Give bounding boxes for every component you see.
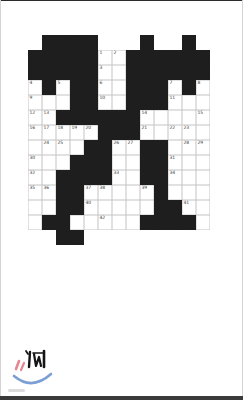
publisher-logo [6,348,62,396]
cell-r7c1[interactable]: 16 [28,125,42,140]
cell-r8c1[interactable] [28,140,42,155]
cell-r3c3 [56,65,70,80]
clue-number: 7 [170,81,173,86]
cell-r11c2[interactable]: 36 [42,185,56,200]
cell-r14c7 [112,230,126,245]
cell-r5c6[interactable]: 10 [98,95,112,110]
cell-r6c8 [126,110,140,125]
clue-number: 8 [198,81,201,86]
cell-r6c2[interactable]: 13 [42,110,56,125]
cell-r10c9 [140,170,154,185]
clue-number: 34 [170,171,176,176]
cell-r1c9 [140,35,154,50]
cell-r5c7[interactable] [112,95,126,110]
cell-r11c11[interactable] [168,185,182,200]
cell-r1c3 [56,35,70,50]
cell-r9c12[interactable] [182,155,196,170]
cell-r6c13[interactable]: 15 [196,110,210,125]
cell-r1c2 [42,35,56,50]
cell-r5c10 [154,95,168,110]
logo-pink-accent-marks [16,361,24,370]
cell-r1c8 [126,35,140,50]
cell-r2c13 [196,50,210,65]
cell-r4c2 [42,80,56,95]
cell-r9c4 [70,155,84,170]
page-top-border [0,0,243,1]
clue-number: 33 [114,171,120,176]
cell-r2c10 [154,50,168,65]
page-bottom-bar [0,396,243,400]
clue-number: 15 [198,111,204,116]
cell-r3c13 [196,65,210,80]
cell-r8c3[interactable]: 25 [56,140,70,155]
clue-number: 22 [170,126,176,131]
cell-r1c4 [70,35,84,50]
cell-r13c9 [140,215,154,230]
cell-r13c3 [56,215,70,230]
clue-number: 9 [30,96,33,101]
clue-number: 42 [100,216,106,221]
logo-smile-arc [14,374,51,383]
clue-number: 27 [128,141,134,146]
cell-r11c7[interactable] [112,185,126,200]
clue-number: 39 [142,186,148,191]
clue-number: 21 [142,126,148,131]
cell-r10c4 [70,170,84,185]
cell-r7c3[interactable]: 18 [56,125,70,140]
cell-r11c6[interactable]: 38 [98,185,112,200]
cell-r9c2[interactable] [42,155,56,170]
cell-r5c9 [140,95,154,110]
cell-r7c12[interactable]: 23 [182,125,196,140]
cell-r5c8 [126,95,140,110]
cell-r6c3 [56,110,70,125]
cell-r4c6[interactable]: 6 [98,80,112,95]
cell-r14c4 [70,230,84,245]
page-left-border [0,0,1,400]
cell-r14c1 [28,230,42,245]
cell-r5c3[interactable] [56,95,70,110]
cell-r9c5 [84,155,98,170]
cell-r13c8[interactable] [126,215,140,230]
cell-r4c12 [182,80,196,95]
cell-r7c11[interactable]: 22 [168,125,182,140]
cell-r11c12[interactable] [182,185,196,200]
cell-r13c6[interactable]: 42 [98,215,112,230]
cell-r8c6 [98,140,112,155]
cell-r12c4 [70,200,84,215]
cell-r8c13[interactable]: 29 [196,140,210,155]
cell-r9c11[interactable]: 31 [168,155,182,170]
cell-r2c3 [56,50,70,65]
cell-r10c5 [84,170,98,185]
cell-r2c12 [182,50,196,65]
cell-r5c11[interactable]: 11 [168,95,182,110]
cell-r8c7[interactable]: 26 [112,140,126,155]
cell-r10c3 [56,170,70,185]
cell-r5c13[interactable] [196,95,210,110]
cell-r7c2[interactable]: 17 [42,125,56,140]
clue-number: 23 [184,126,190,131]
cell-r3c10 [154,65,168,80]
cell-r2c1 [28,50,42,65]
cell-r8c2[interactable]: 24 [42,140,56,155]
cell-r14c9 [140,230,154,245]
cell-r2c8 [126,50,140,65]
cell-r11c9[interactable]: 39 [140,185,154,200]
cell-r6c5 [84,110,98,125]
cell-r1c10 [154,35,168,50]
clue-number: 18 [58,126,64,131]
clue-number: 12 [30,111,36,116]
cell-r14c12 [182,230,196,245]
cell-r6c12[interactable] [182,110,196,125]
cell-r7c10[interactable] [154,125,168,140]
cell-r4c4 [70,80,84,95]
cell-r8c5 [84,140,98,155]
cell-r10c11[interactable]: 34 [168,170,182,185]
clue-number: 17 [44,126,50,131]
cell-r11c13[interactable] [196,185,210,200]
cell-r5c4 [70,95,84,110]
clue-number: 37 [86,186,92,191]
cell-r12c6[interactable] [98,200,112,215]
crossword-grid: 1234567891011121314151617181920212223242… [28,35,210,245]
cell-r12c11 [168,200,182,215]
cell-r1c5 [84,35,98,50]
cell-r12c5[interactable]: 40 [84,200,98,215]
cell-r10c2[interactable] [42,170,56,185]
cell-r1c6 [98,35,112,50]
cell-r2c6[interactable]: 1 [98,50,112,65]
clue-number: 2 [114,51,117,56]
cell-r9c9 [140,155,154,170]
cell-r11c5[interactable]: 37 [84,185,98,200]
clue-number: 5 [58,81,61,86]
cell-r11c10 [154,185,168,200]
cell-r3c4 [70,65,84,80]
cell-r6c6 [98,110,112,125]
cell-r14c2 [42,230,56,245]
cell-r1c13 [196,35,210,50]
page-right-border [242,0,243,400]
cell-r4c10 [154,80,168,95]
clue-number: 41 [184,201,190,206]
cell-r4c7[interactable] [112,80,126,95]
cell-r10c7[interactable]: 33 [112,170,126,185]
cell-r14c13 [196,230,210,245]
cell-r10c1[interactable]: 32 [28,170,42,185]
cell-r12c13[interactable] [196,200,210,215]
clue-number: 29 [198,141,204,146]
cell-r3c5 [84,65,98,80]
cell-r4c9 [140,80,154,95]
cell-r8c9 [140,140,154,155]
cell-r13c12 [182,215,196,230]
cell-r13c2 [42,215,56,230]
cell-r9c3[interactable] [56,155,70,170]
cell-r9c13[interactable] [196,155,210,170]
cell-r7c8 [126,125,140,140]
cell-r13c7[interactable] [112,215,126,230]
cell-r4c8 [126,80,140,95]
clue-number: 10 [100,96,106,101]
cell-r4c11[interactable]: 7 [168,80,182,95]
cell-r4c3[interactable]: 5 [56,80,70,95]
cell-r5c2[interactable] [42,95,56,110]
clue-number: 3 [100,66,103,71]
book-cover-page: { "game": "crossword", "page": { "backgr… [0,0,243,400]
clue-number: 26 [114,141,120,146]
cell-r11c4 [70,185,84,200]
cell-r6c10[interactable] [154,110,168,125]
cell-r13c4[interactable] [70,215,84,230]
cell-r6c4 [70,110,84,125]
cell-r12c8[interactable] [126,200,140,215]
cell-r13c13[interactable] [196,215,210,230]
clue-number: 6 [100,81,103,86]
cell-r14c8 [126,230,140,245]
logo-ink-scribble [26,351,44,367]
cell-r12c3 [56,200,70,215]
cell-r14c10 [154,230,168,245]
cell-r2c7[interactable]: 2 [112,50,126,65]
cell-r9c7[interactable] [112,155,126,170]
cell-r3c7[interactable] [112,65,126,80]
cell-r8c12[interactable]: 28 [182,140,196,155]
cell-r5c5 [84,95,98,110]
cell-r3c8 [126,65,140,80]
cell-r12c1[interactable] [28,200,42,215]
clue-number: 19 [72,126,78,131]
cell-r10c13[interactable] [196,170,210,185]
cell-r4c1[interactable]: 4 [28,80,42,95]
clue-number: 14 [142,111,148,116]
clue-number: 16 [30,126,36,131]
cell-r11c8[interactable] [126,185,140,200]
cell-r14c11 [168,230,182,245]
cell-r3c2 [42,65,56,80]
cell-r9c6 [98,155,112,170]
cell-r10c6 [98,170,112,185]
cell-r14c3 [56,230,70,245]
clue-number: 13 [44,111,50,116]
cell-r8c4[interactable] [70,140,84,155]
cell-r4c13[interactable]: 8 [196,80,210,95]
cell-r1c7 [112,35,126,50]
cell-r7c9[interactable]: 21 [140,125,154,140]
cell-r12c9[interactable] [140,200,154,215]
cell-r10c10 [154,170,168,185]
clue-number: 11 [170,96,176,101]
cell-r14c6 [98,230,112,245]
clue-number: 25 [58,141,64,146]
cell-r12c2[interactable] [42,200,56,215]
cell-r7c7 [112,125,126,140]
cell-r1c11 [168,35,182,50]
cell-r7c4[interactable]: 19 [70,125,84,140]
cell-r9c10 [154,155,168,170]
cell-r12c7[interactable] [112,200,126,215]
cell-r11c1[interactable]: 35 [28,185,42,200]
cell-r1c12 [182,35,196,50]
cell-r13c10 [154,215,168,230]
clue-number: 36 [44,186,50,191]
clue-number: 38 [100,186,106,191]
cell-r6c7 [112,110,126,125]
cell-r9c8[interactable] [126,155,140,170]
clue-number: 31 [170,156,176,161]
cell-r13c1[interactable] [28,215,42,230]
clue-number: 40 [86,201,92,206]
cell-r4c5 [84,80,98,95]
cell-r7c13[interactable] [196,125,210,140]
cell-r7c5[interactable]: 20 [84,125,98,140]
cell-r3c11 [168,65,182,80]
logo-caption-text [8,389,25,392]
clue-number: 20 [86,126,92,131]
clue-number: 28 [184,141,190,146]
cell-r6c1[interactable]: 12 [28,110,42,125]
cell-r5c12[interactable] [182,95,196,110]
cell-r8c8[interactable]: 27 [126,140,140,155]
cell-r10c8[interactable] [126,170,140,185]
cell-r9c1[interactable]: 30 [28,155,42,170]
cell-r11c3 [56,185,70,200]
cell-r12c12[interactable]: 41 [182,200,196,215]
cell-r5c1[interactable]: 9 [28,95,42,110]
cell-r10c12[interactable] [182,170,196,185]
cell-r2c5 [84,50,98,65]
cell-r2c9 [140,50,154,65]
cell-r12c10 [154,200,168,215]
cell-r1c1 [28,35,42,50]
cell-r3c9 [140,65,154,80]
cell-r13c5[interactable] [84,215,98,230]
cell-r13c11 [168,215,182,230]
cell-r2c11 [168,50,182,65]
cell-r2c4 [70,50,84,65]
cell-r3c1 [28,65,42,80]
clue-number: 35 [30,186,36,191]
cell-r2c2 [42,50,56,65]
clue-number: 30 [30,156,36,161]
cell-r3c6[interactable]: 3 [98,65,112,80]
cell-r14c5 [84,230,98,245]
clue-number: 1 [100,51,103,56]
cell-r6c11[interactable] [168,110,182,125]
cell-r6c9[interactable]: 14 [140,110,154,125]
cell-r3c12 [182,65,196,80]
cell-r8c11[interactable] [168,140,182,155]
clue-number: 32 [30,171,36,176]
cell-r7c6 [98,125,112,140]
cell-r8c10 [154,140,168,155]
clue-number: 4 [30,81,33,86]
clue-number: 24 [44,141,50,146]
